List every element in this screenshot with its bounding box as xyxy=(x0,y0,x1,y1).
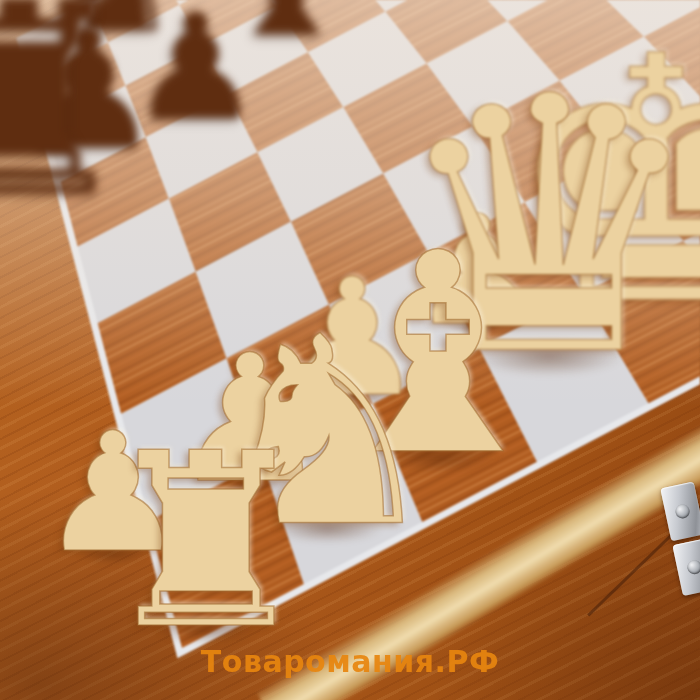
pieces-layer: ♞♝♟♟♜♚♟♛♟♝♟♞♟♜ xyxy=(0,0,700,700)
piece-white-rook-a1[interactable]: ♜ xyxy=(98,421,314,662)
piece-black-rook-a8[interactable]: ♜ xyxy=(0,0,139,233)
watermark-text: Товаромания.РФ xyxy=(201,644,499,679)
photo-scene: ♞♝♟♟♜♚♟♛♟♝♟♞♟♜ Товаромания.РФ xyxy=(0,0,700,700)
